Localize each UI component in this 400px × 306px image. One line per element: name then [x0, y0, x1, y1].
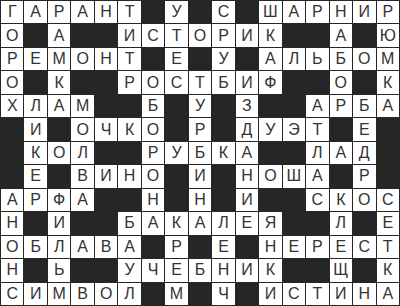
letter-cell-r3c13[interactable]: Л [283, 48, 305, 70]
letter-cell-r1c13[interactable]: А [283, 1, 305, 23]
block-cell-r13c11 [236, 283, 258, 305]
letter-cell-r4c1[interactable]: О [1, 71, 23, 93]
letter-cell-r13c12[interactable]: И [259, 283, 281, 305]
block-cell-r10c5 [95, 212, 117, 234]
letter-cell-r1c5[interactable]: Н [95, 1, 117, 23]
block-cell-r5c5 [95, 95, 117, 117]
letter-cell-r9c7[interactable]: Н [142, 189, 164, 211]
letter-cell-r6c4[interactable]: О [71, 118, 93, 140]
letter-cell-r7c2[interactable]: К [24, 142, 46, 164]
letter-cell-r1c15[interactable]: Н [330, 1, 352, 23]
letter-cell-r5c16[interactable]: Б [353, 95, 375, 117]
letter-cell-r13c3[interactable]: М [48, 283, 70, 305]
letter-cell-r7c8[interactable]: У [165, 142, 187, 164]
letter-cell-r8c12[interactable]: О [259, 165, 281, 187]
letter-cell-r4c10[interactable]: Б [212, 71, 234, 93]
letter-cell-r4c11[interactable]: И [236, 71, 258, 93]
letter-cell-r11c1[interactable]: О [1, 236, 23, 258]
letter-cell-r1c12[interactable]: Ш [259, 1, 281, 23]
letter-cell-r7c3[interactable]: О [48, 142, 70, 164]
letter-cell-r13c10[interactable]: Ч [212, 283, 234, 305]
letter-cell-r13c15[interactable]: И [330, 283, 352, 305]
letter-cell-r12c10[interactable]: Н [212, 259, 234, 281]
block-cell-r4c16 [353, 71, 375, 93]
block-cell-r7c5 [95, 142, 117, 164]
letter-cell-r3c1[interactable]: Р [1, 48, 23, 70]
block-cell-r9c10 [212, 189, 234, 211]
block-cell-r5c13 [283, 95, 305, 117]
block-cell-r12c5 [95, 259, 117, 281]
block-cell-r8c10 [212, 165, 234, 187]
block-cell-r2c13 [283, 24, 305, 46]
letter-cell-r2c3[interactable]: А [48, 24, 70, 46]
letter-cell-r4c15[interactable]: О [330, 71, 352, 93]
block-cell-r5c10 [212, 95, 234, 117]
block-cell-r3c9 [189, 48, 211, 70]
letter-cell-r7c16[interactable]: Д [353, 142, 375, 164]
letter-cell-r11c3[interactable]: Л [48, 236, 70, 258]
block-cell-r6c10 [212, 118, 234, 140]
letter-cell-r13c16[interactable]: Н [353, 283, 375, 305]
block-cell-r13c7 [142, 283, 164, 305]
block-cell-r8c15 [330, 165, 352, 187]
letter-cell-r7c4[interactable]: Л [71, 142, 93, 164]
letter-cell-r11c16[interactable]: С [353, 236, 375, 258]
block-cell-r6c3 [48, 118, 70, 140]
letter-cell-r10c7[interactable]: А [142, 212, 164, 234]
letter-cell-r3c8[interactable]: Е [165, 48, 187, 70]
letter-cell-r3c4[interactable]: О [71, 48, 93, 70]
letter-cell-r8c7[interactable]: О [142, 165, 164, 187]
block-cell-r10c4 [71, 212, 93, 234]
block-cell-r6c8 [165, 118, 187, 140]
letter-cell-r5c7[interactable]: Б [142, 95, 164, 117]
letter-cell-r8c16[interactable]: Р [353, 165, 375, 187]
letter-cell-r1c8[interactable]: У [165, 1, 187, 23]
block-cell-r7c13 [283, 142, 305, 164]
letter-cell-r7c10[interactable]: К [212, 142, 234, 164]
letter-cell-r13c1[interactable]: С [1, 283, 23, 305]
letter-cell-r7c9[interactable]: Б [189, 142, 211, 164]
letter-cell-r8c5[interactable]: И [95, 165, 117, 187]
letter-cell-r3c6[interactable]: Т [118, 48, 140, 70]
letter-cell-r11c14[interactable]: Р [306, 236, 328, 258]
letter-cell-r11c12[interactable]: Н [259, 236, 281, 258]
block-cell-r1c11 [236, 1, 258, 23]
letter-cell-r9c16[interactable]: О [353, 189, 375, 211]
block-cell-r6c17 [377, 118, 399, 140]
block-cell-r9c12 [259, 189, 281, 211]
letter-cell-r1c6[interactable]: Т [118, 1, 140, 23]
letter-cell-r3c17[interactable]: М [377, 48, 399, 70]
block-cell-r5c8 [165, 95, 187, 117]
letter-cell-r8c13[interactable]: Ш [283, 165, 305, 187]
letter-cell-r9c17[interactable]: С [377, 189, 399, 211]
letter-cell-r3c5[interactable]: Н [95, 48, 117, 70]
letter-cell-r12c3[interactable]: Ь [48, 259, 70, 281]
letter-cell-r12c8[interactable]: Е [165, 259, 187, 281]
letter-cell-r2c9[interactable]: О [189, 24, 211, 46]
letter-cell-r9c9[interactable]: Н [189, 189, 211, 211]
block-cell-r11c7 [142, 236, 164, 258]
letter-cell-r4c17[interactable]: К [377, 71, 399, 93]
block-cell-r5c12 [259, 95, 281, 117]
letter-cell-r7c11[interactable]: А [236, 142, 258, 164]
letter-cell-r8c4[interactable]: В [71, 165, 93, 187]
letter-cell-r6c7[interactable]: О [142, 118, 164, 140]
letter-cell-r8c11[interactable]: Н [236, 165, 258, 187]
letter-cell-r7c14[interactable]: Л [306, 142, 328, 164]
letter-cell-r10c8[interactable]: К [165, 212, 187, 234]
block-cell-r4c4 [71, 71, 93, 93]
block-cell-r11c9 [189, 236, 211, 258]
block-cell-r9c6 [118, 189, 140, 211]
block-cell-r12c14 [306, 259, 328, 281]
letter-cell-r1c3[interactable]: Р [48, 1, 70, 23]
block-cell-r2c14 [306, 24, 328, 46]
letter-cell-r10c10[interactable]: Л [212, 212, 234, 234]
letter-cell-r9c1[interactable]: А [1, 189, 23, 211]
letter-cell-r6c14[interactable]: Т [306, 118, 328, 140]
block-cell-r10c16 [353, 212, 375, 234]
letter-cell-r2c11[interactable]: И [236, 24, 258, 46]
letter-cell-r1c17[interactable]: Р [377, 1, 399, 23]
letter-cell-r1c1[interactable]: Г [1, 1, 23, 23]
block-cell-r13c9 [189, 283, 211, 305]
letter-cell-r3c14[interactable]: Ь [306, 48, 328, 70]
letter-cell-r6c9[interactable]: Р [189, 118, 211, 140]
letter-cell-r3c2[interactable]: Е [24, 48, 46, 70]
letter-cell-r10c6[interactable]: Б [118, 212, 140, 234]
letter-cell-r11c13[interactable]: Е [283, 236, 305, 258]
letter-cell-r5c14[interactable]: А [306, 95, 328, 117]
block-cell-r3c7 [142, 48, 164, 70]
letter-cell-r12c9[interactable]: Б [189, 259, 211, 281]
block-cell-r12c2 [24, 259, 46, 281]
block-cell-r4c2 [24, 71, 46, 93]
letter-cell-r9c11[interactable]: И [236, 189, 258, 211]
block-cell-r8c17 [377, 165, 399, 187]
block-cell-r9c13 [283, 189, 305, 211]
letter-cell-r8c6[interactable]: Н [118, 165, 140, 187]
letter-cell-r11c5[interactable]: В [95, 236, 117, 258]
block-cell-r6c15 [330, 118, 352, 140]
block-cell-r3c11 [236, 48, 258, 70]
block-cell-r12c13 [283, 259, 305, 281]
letter-cell-r1c2[interactable]: А [24, 1, 46, 23]
letter-cell-r12c11[interactable]: И [236, 259, 258, 281]
letter-cell-r10c17[interactable]: Е [377, 212, 399, 234]
letter-cell-r10c9[interactable]: А [189, 212, 211, 234]
crossword-grid: ГАРАНТУСШАРНИРОАИСТОРИКАЮРЕМОНТЕУАЛЬБОМО… [0, 0, 400, 306]
letter-cell-r6c16[interactable]: Е [353, 118, 375, 140]
letter-cell-r12c6[interactable]: У [118, 259, 140, 281]
letter-cell-r1c16[interactable]: И [353, 1, 375, 23]
letter-cell-r9c15[interactable]: К [330, 189, 352, 211]
block-cell-r9c8 [165, 189, 187, 211]
block-cell-r5c6 [118, 95, 140, 117]
letter-cell-r13c8[interactable]: М [165, 283, 187, 305]
block-cell-r2c5 [95, 24, 117, 46]
letter-cell-r2c17[interactable]: Ю [377, 24, 399, 46]
letter-cell-r1c4[interactable]: А [71, 1, 93, 23]
letter-cell-r8c2[interactable]: Е [24, 165, 46, 187]
letter-cell-r9c4[interactable]: А [71, 189, 93, 211]
letter-cell-r13c17[interactable]: А [377, 283, 399, 305]
letter-cell-r5c9[interactable]: У [189, 95, 211, 117]
letter-cell-r6c13[interactable]: Э [283, 118, 305, 140]
letter-cell-r4c9[interactable]: Т [189, 71, 211, 93]
letter-cell-r13c13[interactable]: С [283, 283, 305, 305]
block-cell-r8c1 [1, 165, 23, 187]
letter-cell-r7c15[interactable]: А [330, 142, 352, 164]
letter-cell-r2c10[interactable]: Р [212, 24, 234, 46]
letter-cell-r4c12[interactable]: Ф [259, 71, 281, 93]
block-cell-r8c8 [165, 165, 187, 187]
letter-cell-r10c12[interactable]: Я [259, 212, 281, 234]
letter-cell-r12c7[interactable]: Ч [142, 259, 164, 281]
letter-cell-r4c8[interactable]: С [165, 71, 187, 93]
letter-cell-r4c7[interactable]: О [142, 71, 164, 93]
letter-cell-r10c1[interactable]: Н [1, 212, 23, 234]
block-cell-r9c5 [95, 189, 117, 211]
letter-cell-r2c7[interactable]: С [142, 24, 164, 46]
letter-cell-r3c10[interactable]: У [212, 48, 234, 70]
letter-cell-r13c14[interactable]: Т [306, 283, 328, 305]
letter-cell-r11c17[interactable]: Т [377, 236, 399, 258]
block-cell-r12c16 [353, 259, 375, 281]
letter-cell-r2c12[interactable]: К [259, 24, 281, 46]
letter-cell-r6c12[interactable]: У [259, 118, 281, 140]
block-cell-r2c16 [353, 24, 375, 46]
letter-cell-r5c15[interactable]: Р [330, 95, 352, 117]
block-cell-r1c9 [189, 1, 211, 23]
block-cell-r4c13 [283, 71, 305, 93]
letter-cell-r11c6[interactable]: А [118, 236, 140, 258]
letter-cell-r5c4[interactable]: М [71, 95, 93, 117]
letter-cell-r12c12[interactable]: К [259, 259, 281, 281]
block-cell-r12c4 [71, 259, 93, 281]
letter-cell-r2c15[interactable]: А [330, 24, 352, 46]
block-cell-r1c7 [142, 1, 164, 23]
letter-cell-r13c4[interactable]: В [71, 283, 93, 305]
letter-cell-r8c14[interactable]: А [306, 165, 328, 187]
letter-cell-r12c1[interactable]: Н [1, 259, 23, 281]
letter-cell-r2c8[interactable]: Т [165, 24, 187, 46]
letter-cell-r1c14[interactable]: Р [306, 1, 328, 23]
letter-cell-r6c2[interactable]: И [24, 118, 46, 140]
letter-cell-r4c3[interactable]: К [48, 71, 70, 93]
letter-cell-r4c6[interactable]: Р [118, 71, 140, 93]
letter-cell-r11c4[interactable]: А [71, 236, 93, 258]
letter-cell-r6c11[interactable]: Д [236, 118, 258, 140]
letter-cell-r3c12[interactable]: А [259, 48, 281, 70]
block-cell-r7c6 [118, 142, 140, 164]
letter-cell-r2c6[interactable]: И [118, 24, 140, 46]
letter-cell-r11c8[interactable]: Р [165, 236, 187, 258]
letter-cell-r9c2[interactable]: Р [24, 189, 46, 211]
letter-cell-r3c16[interactable]: О [353, 48, 375, 70]
block-cell-r4c5 [95, 71, 117, 93]
letter-cell-r8c9[interactable]: И [189, 165, 211, 187]
letter-cell-r11c10[interactable]: Е [212, 236, 234, 258]
letter-cell-r5c3[interactable]: А [48, 95, 70, 117]
letter-cell-r13c2[interactable]: И [24, 283, 46, 305]
block-cell-r10c2 [24, 212, 46, 234]
block-cell-r8c3 [48, 165, 70, 187]
letter-cell-r13c6[interactable]: Л [118, 283, 140, 305]
letter-cell-r6c6[interactable]: К [118, 118, 140, 140]
letter-cell-r9c14[interactable]: С [306, 189, 328, 211]
block-cell-r10c13 [283, 212, 305, 234]
letter-cell-r10c3[interactable]: И [48, 212, 70, 234]
letter-cell-r10c11[interactable]: Е [236, 212, 258, 234]
letter-cell-r2c1[interactable]: О [1, 24, 23, 46]
letter-cell-r12c17[interactable]: К [377, 259, 399, 281]
letter-cell-r9c3[interactable]: Ф [48, 189, 70, 211]
letter-cell-r10c15[interactable]: Л [330, 212, 352, 234]
letter-cell-r5c11[interactable]: З [236, 95, 258, 117]
letter-cell-r5c17[interactable]: А [377, 95, 399, 117]
letter-cell-r7c7[interactable]: Р [142, 142, 164, 164]
block-cell-r2c4 [71, 24, 93, 46]
letter-cell-r6c5[interactable]: Ч [95, 118, 117, 140]
letter-cell-r1c10[interactable]: С [212, 1, 234, 23]
block-cell-r7c1 [1, 142, 23, 164]
letter-cell-r11c15[interactable]: Е [330, 236, 352, 258]
letter-cell-r11c2[interactable]: Б [24, 236, 46, 258]
block-cell-r7c17 [377, 142, 399, 164]
block-cell-r10c14 [306, 212, 328, 234]
block-cell-r7c12 [259, 142, 281, 164]
letter-cell-r5c1[interactable]: Х [1, 95, 23, 117]
letter-cell-r3c15[interactable]: Б [330, 48, 352, 70]
letter-cell-r5c2[interactable]: Л [24, 95, 46, 117]
letter-cell-r13c5[interactable]: О [95, 283, 117, 305]
letter-cell-r3c3[interactable]: М [48, 48, 70, 70]
block-cell-r6c1 [1, 118, 23, 140]
block-cell-r11c11 [236, 236, 258, 258]
letter-cell-r12c15[interactable]: Щ [330, 259, 352, 281]
block-cell-r4c14 [306, 71, 328, 93]
block-cell-r2c2 [24, 24, 46, 46]
